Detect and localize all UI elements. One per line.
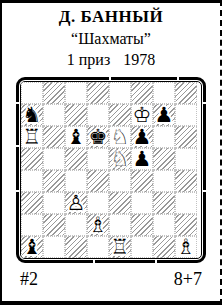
magazine-clipping: Д. БАННЫЙ “Шахматы” 1 приз 1978 ♞♔♟♖♝♚♘♟… — [0, 0, 222, 305]
chessboard-inner-frame: ♞♔♟♖♝♚♘♟♘♟♙♗♝♖♗ — [20, 81, 202, 259]
white-rook-e1: ♖ — [111, 236, 130, 258]
problem-header: Д. БАННЫЙ “Шахматы” 1 приз 1978 — [2, 3, 220, 68]
square-a8 — [21, 82, 43, 104]
square-f1 — [131, 236, 153, 258]
square-f7: ♔ — [131, 104, 153, 126]
square-d6: ♚ — [87, 126, 109, 148]
square-f2 — [131, 214, 153, 236]
square-e3 — [109, 192, 131, 214]
composer-name: Д. БАННЫЙ — [2, 8, 220, 25]
square-h6 — [175, 126, 197, 148]
square-f4 — [131, 170, 153, 192]
white-knight-e5: ♘ — [111, 148, 130, 170]
square-e5: ♘ — [109, 148, 131, 170]
square-g5 — [153, 148, 175, 170]
black-bishop-a1: ♝ — [23, 236, 42, 258]
square-g7: ♟ — [153, 104, 175, 126]
white-bishop-h1: ♗ — [177, 236, 196, 258]
white-bishop-d2: ♗ — [89, 214, 108, 236]
board-grid: ♞♔♟♖♝♚♘♟♘♟♙♗♝♖♗ — [21, 82, 201, 258]
square-f3 — [131, 192, 153, 214]
square-a7: ♞ — [21, 104, 43, 126]
frame-break — [16, 145, 19, 147]
source-title: “Шахматы” — [2, 31, 220, 47]
square-f8 — [131, 82, 153, 104]
square-g3 — [153, 192, 175, 214]
square-d1 — [87, 236, 109, 258]
square-b4 — [43, 170, 65, 192]
square-c8 — [65, 82, 87, 104]
square-b7 — [43, 104, 65, 126]
square-b8 — [43, 82, 65, 104]
square-d3 — [87, 192, 109, 214]
square-b3 — [43, 192, 65, 214]
frame-break — [16, 102, 19, 104]
square-a1: ♝ — [21, 236, 43, 258]
square-c5 — [65, 148, 87, 170]
square-c6: ♝ — [65, 126, 87, 148]
square-h4 — [175, 170, 197, 192]
frame-break — [203, 102, 206, 104]
square-d2: ♗ — [87, 214, 109, 236]
square-f5: ♟ — [131, 148, 153, 170]
square-d5 — [87, 148, 109, 170]
black-bishop-c6: ♝ — [67, 126, 86, 148]
square-h5 — [175, 148, 197, 170]
frame-break — [109, 77, 111, 80]
square-b2 — [43, 214, 65, 236]
square-h1: ♗ — [175, 236, 197, 258]
square-a5 — [21, 148, 43, 170]
square-e2 — [109, 214, 131, 236]
square-e7 — [109, 104, 131, 126]
square-h8 — [175, 82, 197, 104]
square-e4 — [109, 170, 131, 192]
black-pawn-g7: ♟ — [155, 104, 174, 126]
square-c2 — [65, 214, 87, 236]
black-knight-a7: ♞ — [23, 104, 42, 126]
square-d4 — [87, 170, 109, 192]
square-e6: ♘ — [109, 126, 131, 148]
square-e8 — [109, 82, 131, 104]
frame-break — [155, 260, 157, 263]
square-c3: ♙ — [65, 192, 87, 214]
white-pawn-c3: ♙ — [67, 192, 86, 214]
square-g8 — [153, 82, 175, 104]
square-d7 — [87, 104, 109, 126]
award-year: 1978 — [123, 52, 155, 68]
square-a3 — [21, 192, 43, 214]
square-b1 — [43, 236, 65, 258]
chessboard-frame: ♞♔♟♖♝♚♘♟♘♟♙♗♝♖♗ — [16, 77, 206, 263]
white-rook-a6: ♖ — [23, 126, 42, 148]
square-e1: ♖ — [109, 236, 131, 258]
award-prize: 1 приз — [67, 52, 110, 68]
square-d8 — [87, 82, 109, 104]
frame-break — [203, 190, 206, 192]
black-pawn-f6: ♟ — [133, 126, 152, 148]
square-h7 — [175, 104, 197, 126]
black-king-d6: ♚ — [89, 126, 108, 148]
black-pawn-f5: ♟ — [133, 148, 152, 170]
square-g4 — [153, 170, 175, 192]
square-h3 — [175, 192, 197, 214]
square-c4 — [65, 170, 87, 192]
square-g2 — [153, 214, 175, 236]
square-h2 — [175, 214, 197, 236]
square-g6 — [153, 126, 175, 148]
white-knight-e6: ♘ — [111, 126, 130, 148]
frame-break — [16, 190, 19, 192]
white-king-f7: ♔ — [133, 104, 152, 126]
problem-footer: #2 8+7 — [2, 263, 220, 290]
square-c7 — [65, 104, 87, 126]
square-c1 — [65, 236, 87, 258]
square-a4 — [21, 170, 43, 192]
square-g1 — [153, 236, 175, 258]
material-count: 8+7 — [174, 269, 202, 290]
frame-break — [177, 77, 179, 80]
square-b5 — [43, 148, 65, 170]
square-b6 — [43, 126, 65, 148]
stipulation-label: #2 — [20, 269, 38, 290]
square-f6: ♟ — [131, 126, 153, 148]
award-line: 1 приз 1978 — [2, 52, 220, 68]
square-a2 — [21, 214, 43, 236]
square-a6: ♖ — [21, 126, 43, 148]
frame-break — [93, 260, 95, 263]
